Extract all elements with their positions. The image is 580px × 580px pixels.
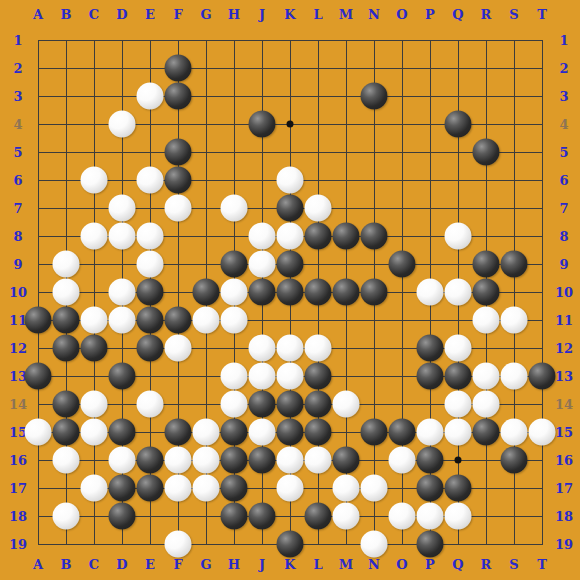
stone-black-N8[interactable] — [361, 223, 388, 250]
row-label-left-10: 10 — [9, 286, 27, 299]
row-label-right-10: 10 — [555, 286, 573, 299]
col-label-top-P: P — [425, 8, 435, 21]
stone-white-H11[interactable] — [221, 307, 248, 334]
row-label-left-4: 4 — [13, 118, 22, 131]
stone-white-Q15[interactable] — [445, 419, 472, 446]
col-label-top-E: E — [145, 8, 155, 21]
stone-black-J14[interactable] — [249, 391, 276, 418]
stone-white-S15[interactable] — [501, 419, 528, 446]
col-label-bottom-S: S — [509, 558, 518, 571]
row-label-right-5: 5 — [559, 146, 568, 159]
row-label-left-19: 19 — [9, 538, 27, 551]
row-label-left-7: 7 — [13, 202, 22, 215]
col-label-bottom-R: R — [481, 558, 492, 571]
stone-white-P10[interactable] — [417, 279, 444, 306]
col-label-bottom-C: C — [89, 558, 99, 571]
stone-black-O9[interactable] — [389, 251, 416, 278]
stone-black-F5[interactable] — [165, 139, 192, 166]
row-label-left-8: 8 — [13, 230, 22, 243]
stone-black-R15[interactable] — [473, 419, 500, 446]
row-label-left-18: 18 — [9, 510, 27, 523]
stone-black-L18[interactable] — [305, 503, 332, 530]
stone-white-L12[interactable] — [305, 335, 332, 362]
stone-black-J10[interactable] — [249, 279, 276, 306]
stone-white-F7[interactable] — [165, 195, 192, 222]
stone-black-M8[interactable] — [333, 223, 360, 250]
stone-white-R14[interactable] — [473, 391, 500, 418]
stone-black-S16[interactable] — [501, 447, 528, 474]
stone-black-N10[interactable] — [361, 279, 388, 306]
stone-black-N3[interactable] — [361, 83, 388, 110]
stone-black-E10[interactable] — [137, 279, 164, 306]
stone-white-C14[interactable] — [81, 391, 108, 418]
stone-black-B12[interactable] — [53, 335, 80, 362]
stone-white-K8[interactable] — [277, 223, 304, 250]
stone-black-D18[interactable] — [109, 503, 136, 530]
stone-white-S13[interactable] — [501, 363, 528, 390]
stone-white-H14[interactable] — [221, 391, 248, 418]
col-label-bottom-H: H — [228, 558, 240, 571]
row-label-right-6: 6 — [559, 174, 568, 187]
stone-white-J13[interactable] — [249, 363, 276, 390]
col-label-bottom-G: G — [200, 558, 211, 571]
stone-white-D7[interactable] — [109, 195, 136, 222]
stone-white-Q8[interactable] — [445, 223, 472, 250]
col-label-bottom-N: N — [368, 558, 380, 571]
col-label-bottom-T: T — [537, 558, 547, 571]
stone-white-O18[interactable] — [389, 503, 416, 530]
star-point-Q16 — [455, 457, 462, 464]
col-label-bottom-B: B — [61, 558, 72, 571]
stone-white-L16[interactable] — [305, 447, 332, 474]
col-label-top-L: L — [313, 8, 322, 21]
stone-white-G16[interactable] — [193, 447, 220, 474]
stone-black-D15[interactable] — [109, 419, 136, 446]
stone-white-F17[interactable] — [165, 475, 192, 502]
stone-white-P15[interactable] — [417, 419, 444, 446]
stone-black-P19[interactable] — [417, 531, 444, 558]
stone-white-B9[interactable] — [53, 251, 80, 278]
row-label-left-5: 5 — [13, 146, 22, 159]
row-label-left-1: 1 — [13, 34, 22, 47]
stone-white-K17[interactable] — [277, 475, 304, 502]
stone-black-L13[interactable] — [305, 363, 332, 390]
col-label-top-C: C — [89, 8, 99, 21]
row-label-right-3: 3 — [559, 90, 568, 103]
stone-white-J12[interactable] — [249, 335, 276, 362]
stone-white-E3[interactable] — [137, 83, 164, 110]
row-label-right-4: 4 — [559, 118, 568, 131]
stone-black-E17[interactable] — [137, 475, 164, 502]
stone-black-K19[interactable] — [277, 531, 304, 558]
row-label-right-7: 7 — [559, 202, 568, 215]
row-label-right-2: 2 — [559, 62, 568, 75]
col-label-bottom-M: M — [339, 558, 353, 571]
col-label-bottom-J: J — [259, 558, 265, 571]
stone-black-B14[interactable] — [53, 391, 80, 418]
stone-black-P16[interactable] — [417, 447, 444, 474]
col-label-bottom-P: P — [425, 558, 435, 571]
stone-white-G15[interactable] — [193, 419, 220, 446]
stone-white-E9[interactable] — [137, 251, 164, 278]
stone-white-C15[interactable] — [81, 419, 108, 446]
stone-black-O15[interactable] — [389, 419, 416, 446]
stone-black-D13[interactable] — [109, 363, 136, 390]
stone-black-J4[interactable] — [249, 111, 276, 138]
row-label-right-9: 9 — [559, 258, 568, 271]
stone-black-G10[interactable] — [193, 279, 220, 306]
stone-white-M17[interactable] — [333, 475, 360, 502]
col-label-bottom-E: E — [145, 558, 155, 571]
stone-black-B15[interactable] — [53, 419, 80, 446]
stone-black-Q17[interactable] — [445, 475, 472, 502]
stone-black-Q4[interactable] — [445, 111, 472, 138]
stone-black-E12[interactable] — [137, 335, 164, 362]
stone-black-H16[interactable] — [221, 447, 248, 474]
col-label-bottom-L: L — [313, 558, 322, 571]
col-label-bottom-O: O — [396, 558, 407, 571]
stone-white-L7[interactable] — [305, 195, 332, 222]
stone-white-R11[interactable] — [473, 307, 500, 334]
stone-black-T13[interactable] — [529, 363, 556, 390]
stone-white-H10[interactable] — [221, 279, 248, 306]
stone-black-L8[interactable] — [305, 223, 332, 250]
stone-black-S9[interactable] — [501, 251, 528, 278]
stone-white-K6[interactable] — [277, 167, 304, 194]
col-label-top-A: A — [33, 8, 43, 21]
stone-white-D11[interactable] — [109, 307, 136, 334]
row-label-left-16: 16 — [9, 454, 27, 467]
stone-black-H17[interactable] — [221, 475, 248, 502]
stone-white-K12[interactable] — [277, 335, 304, 362]
stone-black-F6[interactable] — [165, 167, 192, 194]
stone-black-F15[interactable] — [165, 419, 192, 446]
stone-white-Q18[interactable] — [445, 503, 472, 530]
stone-white-N19[interactable] — [361, 531, 388, 558]
stone-black-F11[interactable] — [165, 307, 192, 334]
stone-black-L15[interactable] — [305, 419, 332, 446]
col-label-top-K: K — [284, 8, 295, 21]
stone-black-P13[interactable] — [417, 363, 444, 390]
stone-white-D4[interactable] — [109, 111, 136, 138]
stone-white-A15[interactable] — [25, 419, 52, 446]
row-label-left-3: 3 — [13, 90, 22, 103]
stone-black-A13[interactable] — [25, 363, 52, 390]
col-label-top-H: H — [228, 8, 240, 21]
stone-white-Q10[interactable] — [445, 279, 472, 306]
row-label-right-15: 15 — [555, 426, 573, 439]
stone-white-D10[interactable] — [109, 279, 136, 306]
stone-black-H15[interactable] — [221, 419, 248, 446]
stone-black-F3[interactable] — [165, 83, 192, 110]
stone-white-F19[interactable] — [165, 531, 192, 558]
stone-white-B16[interactable] — [53, 447, 80, 474]
stone-black-N15[interactable] — [361, 419, 388, 446]
row-label-right-16: 16 — [555, 454, 573, 467]
row-label-left-2: 2 — [13, 62, 22, 75]
stone-black-K14[interactable] — [277, 391, 304, 418]
stone-black-H18[interactable] — [221, 503, 248, 530]
stone-black-K7[interactable] — [277, 195, 304, 222]
row-label-left-6: 6 — [13, 174, 22, 187]
stone-black-K10[interactable] — [277, 279, 304, 306]
stone-black-L10[interactable] — [305, 279, 332, 306]
stone-black-A11[interactable] — [25, 307, 52, 334]
row-label-right-8: 8 — [559, 230, 568, 243]
col-label-top-R: R — [481, 8, 492, 21]
stone-white-F12[interactable] — [165, 335, 192, 362]
col-label-top-G: G — [200, 8, 211, 21]
col-label-top-N: N — [368, 8, 380, 21]
col-label-top-S: S — [509, 8, 518, 21]
col-label-bottom-D: D — [116, 558, 127, 571]
row-label-right-1: 1 — [559, 34, 568, 47]
col-label-bottom-A: A — [33, 558, 43, 571]
stone-black-P17[interactable] — [417, 475, 444, 502]
stone-white-K13[interactable] — [277, 363, 304, 390]
stone-black-R9[interactable] — [473, 251, 500, 278]
go-board-screenshot: AABBCCDDEEFFGGHHJJKKLLMMNNOOPPQQRRSSTT11… — [0, 0, 580, 580]
stone-white-N17[interactable] — [361, 475, 388, 502]
stone-white-H7[interactable] — [221, 195, 248, 222]
stone-black-D17[interactable] — [109, 475, 136, 502]
stone-black-J18[interactable] — [249, 503, 276, 530]
row-label-right-11: 11 — [555, 314, 573, 327]
stone-black-L14[interactable] — [305, 391, 332, 418]
col-label-bottom-Q: Q — [452, 558, 463, 571]
stone-white-O16[interactable] — [389, 447, 416, 474]
stone-black-F2[interactable] — [165, 55, 192, 82]
col-label-top-M: M — [339, 8, 353, 21]
row-label-right-18: 18 — [555, 510, 573, 523]
stone-white-D8[interactable] — [109, 223, 136, 250]
stone-black-R5[interactable] — [473, 139, 500, 166]
stone-white-C8[interactable] — [81, 223, 108, 250]
stone-white-E8[interactable] — [137, 223, 164, 250]
row-label-left-17: 17 — [9, 482, 27, 495]
col-label-bottom-K: K — [284, 558, 295, 571]
col-label-bottom-F: F — [173, 558, 182, 571]
row-label-left-9: 9 — [13, 258, 22, 271]
stone-white-Q12[interactable] — [445, 335, 472, 362]
stone-white-E14[interactable] — [137, 391, 164, 418]
stone-white-C6[interactable] — [81, 167, 108, 194]
stone-black-M10[interactable] — [333, 279, 360, 306]
stone-white-G11[interactable] — [193, 307, 220, 334]
stone-white-H13[interactable] — [221, 363, 248, 390]
stone-white-B18[interactable] — [53, 503, 80, 530]
stone-white-S11[interactable] — [501, 307, 528, 334]
stone-white-B10[interactable] — [53, 279, 80, 306]
stone-black-E16[interactable] — [137, 447, 164, 474]
stone-white-J8[interactable] — [249, 223, 276, 250]
stone-white-T15[interactable] — [529, 419, 556, 446]
col-label-top-B: B — [61, 8, 72, 21]
col-label-top-J: J — [259, 8, 265, 21]
stone-white-P18[interactable] — [417, 503, 444, 530]
stone-black-C12[interactable] — [81, 335, 108, 362]
row-label-left-14: 14 — [9, 398, 27, 411]
stone-white-M18[interactable] — [333, 503, 360, 530]
stone-white-G17[interactable] — [193, 475, 220, 502]
stone-black-P12[interactable] — [417, 335, 444, 362]
stone-white-D16[interactable] — [109, 447, 136, 474]
stone-white-F16[interactable] — [165, 447, 192, 474]
stone-black-Q13[interactable] — [445, 363, 472, 390]
stone-black-R10[interactable] — [473, 279, 500, 306]
stone-white-M14[interactable] — [333, 391, 360, 418]
stone-white-C17[interactable] — [81, 475, 108, 502]
stone-black-E11[interactable] — [137, 307, 164, 334]
col-label-top-T: T — [537, 8, 547, 21]
stone-black-K15[interactable] — [277, 419, 304, 446]
col-label-top-D: D — [116, 8, 127, 21]
stone-white-C11[interactable] — [81, 307, 108, 334]
stone-white-K16[interactable] — [277, 447, 304, 474]
stone-black-B11[interactable] — [53, 307, 80, 334]
stone-white-E6[interactable] — [137, 167, 164, 194]
row-label-left-12: 12 — [9, 342, 27, 355]
col-label-top-F: F — [173, 8, 182, 21]
row-label-right-13: 13 — [555, 370, 573, 383]
stone-black-K9[interactable] — [277, 251, 304, 278]
stone-white-J15[interactable] — [249, 419, 276, 446]
stone-black-M16[interactable] — [333, 447, 360, 474]
stone-black-H9[interactable] — [221, 251, 248, 278]
col-label-top-O: O — [396, 8, 407, 21]
star-point-K4 — [287, 121, 294, 128]
stone-white-R13[interactable] — [473, 363, 500, 390]
row-label-right-19: 19 — [555, 538, 573, 551]
row-label-right-14: 14 — [555, 398, 573, 411]
row-label-right-17: 17 — [555, 482, 573, 495]
stone-white-J9[interactable] — [249, 251, 276, 278]
col-label-top-Q: Q — [452, 8, 463, 21]
row-label-right-12: 12 — [555, 342, 573, 355]
stone-white-Q14[interactable] — [445, 391, 472, 418]
stone-black-J16[interactable] — [249, 447, 276, 474]
